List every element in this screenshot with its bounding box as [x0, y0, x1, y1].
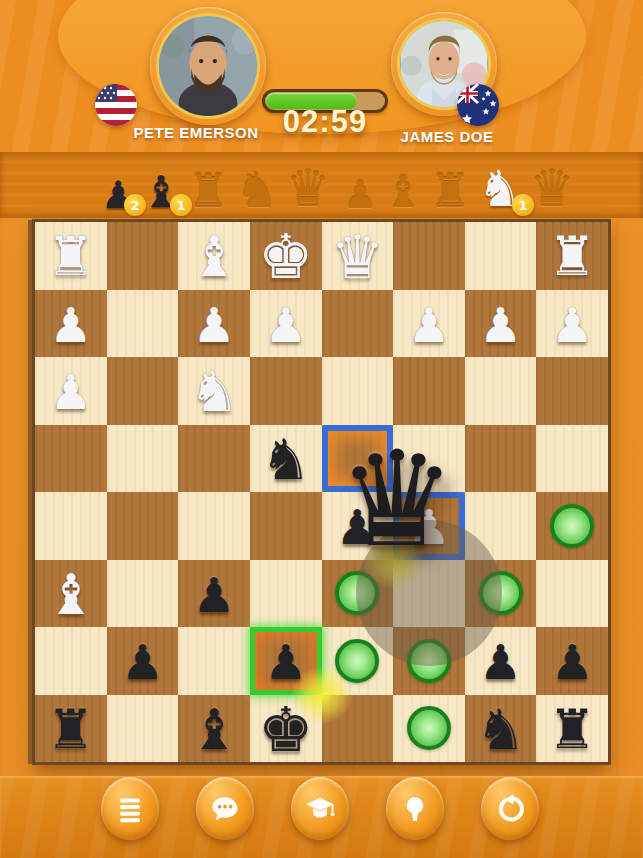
- square-h6[interactable]: ♝: [35, 560, 107, 628]
- australia-flag-icon: [457, 84, 499, 126]
- square-h5[interactable]: [35, 492, 107, 560]
- piece-black-rook-h8[interactable]: ♜: [47, 703, 95, 757]
- square-d1[interactable]: ♛: [322, 222, 394, 290]
- tray-slot-rook: ♜: [426, 168, 474, 214]
- piece-white-rook-h1[interactable]: ♜: [47, 230, 95, 284]
- piece-black-pawn-a7[interactable]: ♟: [551, 638, 594, 686]
- piece-black-pawn-b7[interactable]: ♟: [479, 638, 522, 686]
- piece-white-pawn-e2[interactable]: ♟: [264, 301, 307, 349]
- square-d2[interactable]: [322, 290, 394, 358]
- square-c3[interactable]: [393, 357, 465, 425]
- captured-pieces-band: ♟2♝1♜♞♛ ♟♝♜♞1♛: [0, 152, 643, 218]
- piece-black-knight-e4[interactable]: ♞: [261, 432, 311, 488]
- captured-black-bishop: ♝1: [138, 170, 184, 214]
- white-player-capture-tray: ♟2♝1♜♞♛: [98, 152, 334, 214]
- square-a2[interactable]: ♟: [536, 290, 608, 358]
- square-c8[interactable]: [393, 695, 465, 763]
- square-a5[interactable]: [536, 492, 608, 560]
- piece-white-king-e1[interactable]: ♚: [258, 226, 314, 288]
- captured-black-pawn: ♟2: [98, 176, 138, 214]
- knight-glyph: ♞: [235, 166, 278, 214]
- learn-button[interactable]: [291, 777, 349, 840]
- square-f1[interactable]: ♝: [178, 222, 250, 290]
- square-b3[interactable]: [465, 357, 537, 425]
- square-f2[interactable]: ♟: [178, 290, 250, 358]
- avatar-photo-pete: [159, 16, 257, 116]
- tray-slot-queen: ♛: [282, 164, 334, 214]
- queen-glyph: ♛: [530, 164, 575, 214]
- square-h4[interactable]: [35, 425, 107, 493]
- rook-glyph: ♜: [429, 168, 470, 214]
- pawn-glyph: ♟: [343, 176, 377, 214]
- square-b8[interactable]: ♞: [465, 695, 537, 763]
- piece-white-pawn-a2[interactable]: ♟: [551, 301, 594, 349]
- piece-black-bishop-f8[interactable]: ♝: [189, 702, 239, 758]
- tray-slot-rook: ♜: [184, 168, 232, 214]
- square-g7[interactable]: ♟: [107, 627, 179, 695]
- square-f3[interactable]: ♞: [178, 357, 250, 425]
- piece-white-knight-f3[interactable]: ♞: [189, 364, 239, 420]
- bishop-glyph: ♝: [383, 170, 422, 214]
- avatar-white-player: [150, 7, 266, 125]
- piece-black-knight-b8[interactable]: ♞: [475, 702, 525, 758]
- legal-move-dot-a5[interactable]: [550, 504, 594, 548]
- square-b2[interactable]: ♟: [465, 290, 537, 358]
- square-e5[interactable]: [250, 492, 322, 560]
- square-e2[interactable]: ♟: [250, 290, 322, 358]
- piece-white-queen-d1[interactable]: ♛: [330, 227, 384, 287]
- square-b1[interactable]: [465, 222, 537, 290]
- menu-button[interactable]: [101, 777, 159, 840]
- chat-button[interactable]: [196, 777, 254, 840]
- rook-glyph: ♜: [187, 168, 228, 214]
- piece-white-pawn-h3[interactable]: ♟: [49, 368, 92, 416]
- avatar-photo: [156, 13, 260, 119]
- piece-white-rook-a1[interactable]: ♜: [548, 230, 596, 284]
- piece-white-pawn-f2[interactable]: ♟: [193, 301, 236, 349]
- piece-black-pawn-f6[interactable]: ♟: [193, 571, 236, 619]
- square-a7[interactable]: ♟: [536, 627, 608, 695]
- square-f4[interactable]: [178, 425, 250, 493]
- piece-black-pawn-e7[interactable]: ♟: [264, 638, 307, 686]
- square-a1[interactable]: ♜: [536, 222, 608, 290]
- square-e6[interactable]: [250, 560, 322, 628]
- tray-slot-pawn: ♟: [340, 176, 380, 214]
- square-g2[interactable]: [107, 290, 179, 358]
- us-flag-icon: [95, 84, 137, 126]
- square-g6[interactable]: [107, 560, 179, 628]
- square-a3[interactable]: [536, 357, 608, 425]
- chess-board[interactable]: ♜♝♚♛♜♟♟♟♟♟♟♟♞♞♟♟♝♟♟♟♟♟♜♝♚♞♜♛: [35, 222, 608, 762]
- lightbulb-icon: [400, 794, 430, 824]
- square-a8[interactable]: ♜: [536, 695, 608, 763]
- piece-white-pawn-c2[interactable]: ♟: [407, 301, 450, 349]
- square-h3[interactable]: ♟: [35, 357, 107, 425]
- undo-icon: [495, 794, 525, 824]
- chat-icon: [210, 794, 240, 824]
- undo-button[interactable]: [481, 777, 539, 840]
- square-e3[interactable]: [250, 357, 322, 425]
- square-e4[interactable]: ♞: [250, 425, 322, 493]
- square-g4[interactable]: [107, 425, 179, 493]
- menu-icon: [115, 794, 145, 824]
- tray-slot-knight: ♞: [232, 166, 282, 214]
- hint-button[interactable]: [386, 777, 444, 840]
- square-c1[interactable]: [393, 222, 465, 290]
- square-g8[interactable]: [107, 695, 179, 763]
- dragged-black-queen[interactable]: ♛: [338, 433, 456, 565]
- square-h7[interactable]: [35, 627, 107, 695]
- square-h1[interactable]: ♜: [35, 222, 107, 290]
- square-g1[interactable]: [107, 222, 179, 290]
- piece-white-pawn-b2[interactable]: ♟: [479, 301, 522, 349]
- square-f8[interactable]: ♝: [178, 695, 250, 763]
- black-player-name: JAMES DOE: [357, 128, 537, 145]
- square-f6[interactable]: ♟: [178, 560, 250, 628]
- queen-glyph: ♛: [286, 164, 331, 214]
- piece-white-pawn-h2[interactable]: ♟: [49, 301, 92, 349]
- piece-black-rook-a8[interactable]: ♜: [548, 703, 596, 757]
- piece-black-pawn-g7[interactable]: ♟: [121, 638, 164, 686]
- square-d8[interactable]: [322, 695, 394, 763]
- white-player-name: PETE EMERSON: [96, 124, 296, 141]
- black-player-capture-tray: ♟♝♜♞1♛: [340, 152, 578, 214]
- square-h2[interactable]: ♟: [35, 290, 107, 358]
- piece-white-bishop-f1[interactable]: ♝: [189, 229, 239, 285]
- square-h8[interactable]: ♜: [35, 695, 107, 763]
- square-g5[interactable]: [107, 492, 179, 560]
- square-f7[interactable]: [178, 627, 250, 695]
- legal-move-dot-c8[interactable]: [407, 706, 451, 750]
- square-e1[interactable]: ♚: [250, 222, 322, 290]
- tray-slot-queen: ♛: [526, 164, 578, 214]
- square-c2[interactable]: ♟: [393, 290, 465, 358]
- square-a4[interactable]: [536, 425, 608, 493]
- square-f5[interactable]: [178, 492, 250, 560]
- square-d3[interactable]: [322, 357, 394, 425]
- captured-white-knight: ♞1: [474, 164, 526, 214]
- piece-black-king-e8[interactable]: ♚: [258, 699, 314, 761]
- piece-white-bishop-h6[interactable]: ♝: [46, 567, 96, 623]
- square-g3[interactable]: [107, 357, 179, 425]
- legal-move-dot-d7[interactable]: [335, 639, 379, 683]
- tray-slot-bishop: ♝: [380, 170, 426, 214]
- square-b4[interactable]: [465, 425, 537, 493]
- graduation-cap-icon: [305, 794, 335, 824]
- square-e8[interactable]: ♚: [250, 695, 322, 763]
- square-a6[interactable]: [536, 560, 608, 628]
